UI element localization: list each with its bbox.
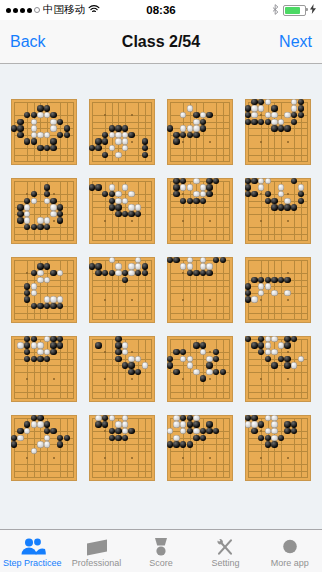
black-stone: [206, 362, 212, 368]
black-stone: [57, 204, 63, 210]
black-stone: [200, 270, 206, 276]
black-stone: [44, 191, 50, 197]
black-stone: [17, 125, 23, 131]
black-stone: [206, 191, 212, 197]
white-stone: [271, 435, 277, 441]
star-point: [53, 378, 55, 380]
black-stone: [24, 336, 30, 342]
white-stone: [291, 362, 297, 368]
black-stone: [213, 178, 219, 184]
go-board-thumbnail[interactable]: [89, 99, 155, 165]
tab-step-practicee[interactable]: Step Practicee: [0, 530, 64, 572]
charging-bolt-icon: [310, 4, 316, 16]
black-stone: [167, 362, 173, 368]
star-point: [287, 272, 289, 274]
white-stone: [271, 290, 277, 296]
white-stone: [128, 270, 134, 276]
white-stone: [44, 217, 50, 223]
black-stone: [109, 125, 115, 131]
navigation-bar: Back Class 2/54 Next: [0, 20, 322, 64]
black-stone: [245, 283, 251, 289]
black-stone: [265, 441, 271, 447]
black-stone: [265, 435, 271, 441]
white-stone: [251, 421, 257, 427]
black-stone: [50, 349, 56, 355]
go-board-thumbnail[interactable]: [167, 99, 233, 165]
black-stone: [95, 342, 101, 348]
white-stone: [271, 112, 277, 118]
go-board-thumbnail[interactable]: [167, 415, 233, 481]
black-stone: [102, 138, 108, 144]
white-stone: [265, 428, 271, 434]
black-stone: [24, 112, 30, 118]
white-stone: [265, 349, 271, 355]
black-stone: [89, 145, 95, 151]
signal-dot: [27, 8, 32, 13]
star-point: [104, 220, 106, 222]
go-board-thumbnail[interactable]: [245, 99, 311, 165]
white-stone: [24, 428, 30, 434]
black-stone: [95, 145, 101, 151]
star-point: [131, 141, 133, 143]
white-stone: [187, 362, 193, 368]
next-button[interactable]: Next: [279, 33, 312, 51]
black-stone: [44, 356, 50, 362]
star-point: [287, 193, 289, 195]
white-stone: [50, 211, 56, 217]
black-stone: [167, 257, 173, 263]
people-icon: [18, 537, 46, 557]
black-stone: [213, 257, 219, 263]
white-stone: [122, 421, 128, 427]
white-stone: [200, 263, 206, 269]
white-stone: [115, 132, 121, 138]
black-stone: [57, 217, 63, 223]
black-stone: [50, 342, 56, 348]
white-stone: [50, 125, 56, 131]
black-stone: [109, 435, 115, 441]
black-stone: [258, 119, 264, 125]
white-stone: [31, 342, 37, 348]
black-stone: [50, 428, 56, 434]
white-stone: [17, 435, 23, 441]
black-stone: [284, 428, 290, 434]
white-stone: [251, 105, 257, 111]
white-stone: [167, 428, 173, 434]
white-stone: [298, 356, 304, 362]
white-stone: [57, 296, 63, 302]
tab-label: Setting: [211, 558, 239, 568]
white-stone: [265, 112, 271, 118]
black-stone: [95, 263, 101, 269]
black-stone: [95, 270, 101, 276]
white-stone: [278, 191, 284, 197]
black-stone: [135, 211, 141, 217]
white-stone: [187, 184, 193, 190]
star-point: [209, 299, 211, 301]
white-stone: [278, 184, 284, 190]
star-point: [209, 378, 211, 380]
tab-label: Step Practicee: [3, 558, 62, 568]
white-stone: [173, 415, 179, 421]
white-stone: [173, 421, 179, 427]
tab-label: Professional: [72, 558, 122, 568]
black-stone: [44, 184, 50, 190]
white-stone: [31, 448, 37, 454]
black-stone: [37, 415, 43, 421]
black-stone: [245, 119, 251, 125]
black-stone: [200, 435, 206, 441]
star-point: [260, 220, 262, 222]
black-stone: [278, 204, 284, 210]
black-stone: [200, 375, 206, 381]
black-stone: [265, 277, 271, 283]
white-stone: [278, 119, 284, 125]
star-point: [104, 457, 106, 459]
white-stone: [200, 349, 206, 355]
white-stone: [122, 342, 128, 348]
go-board-thumbnail[interactable]: [245, 336, 311, 402]
black-stone: [142, 270, 148, 276]
black-stone: [128, 362, 134, 368]
black-stone: [213, 349, 219, 355]
black-stone: [17, 211, 23, 217]
black-stone: [44, 428, 50, 434]
black-stone: [298, 191, 304, 197]
go-board-thumbnail[interactable]: [89, 336, 155, 402]
go-board-thumbnail[interactable]: [11, 99, 77, 165]
white-stone: [193, 415, 199, 421]
black-stone: [24, 296, 30, 302]
star-point: [182, 299, 184, 301]
white-stone: [44, 336, 50, 342]
white-stone: [122, 198, 128, 204]
black-stone: [11, 125, 17, 131]
black-stone: [245, 415, 251, 421]
white-stone: [193, 125, 199, 131]
white-stone: [180, 356, 186, 362]
white-stone: [271, 336, 277, 342]
white-stone: [50, 204, 56, 210]
white-stone: [265, 283, 271, 289]
tab-more-app[interactable]: More app: [258, 530, 322, 572]
star-point: [53, 220, 55, 222]
go-board-thumbnail[interactable]: [245, 257, 311, 323]
white-stone: [187, 257, 193, 263]
black-stone: [31, 138, 37, 144]
white-stone: [180, 421, 186, 427]
black-stone: [291, 119, 297, 125]
star-point: [104, 378, 106, 380]
black-stone: [213, 369, 219, 375]
black-stone: [284, 277, 290, 283]
star-point: [260, 272, 262, 274]
black-stone: [31, 303, 37, 309]
black-stone: [24, 138, 30, 144]
black-stone: [284, 336, 290, 342]
black-stone: [24, 349, 30, 355]
white-stone: [187, 356, 193, 362]
white-stone: [200, 191, 206, 197]
star-point: [182, 193, 184, 195]
black-stone: [115, 349, 121, 355]
black-stone: [251, 415, 257, 421]
black-stone: [31, 356, 37, 362]
white-stone: [44, 435, 50, 441]
white-stone: [24, 204, 30, 210]
black-stone: [11, 435, 17, 441]
go-board-thumbnail[interactable]: [89, 178, 155, 244]
black-stone: [50, 198, 56, 204]
star-point: [26, 378, 28, 380]
white-stone: [187, 105, 193, 111]
star-point: [131, 114, 133, 116]
white-stone: [271, 421, 277, 427]
black-stone: [57, 342, 63, 348]
tab-label: Score: [149, 558, 173, 568]
black-stone: [57, 119, 63, 125]
white-stone: [251, 112, 257, 118]
black-stone: [142, 263, 148, 269]
carrier-label: 中国移动: [43, 3, 85, 17]
tab-professional[interactable]: Professional: [64, 530, 128, 572]
black-stone: [50, 270, 56, 276]
wifi-icon: [88, 4, 100, 16]
white-stone: [109, 145, 115, 151]
go-board-thumbnail[interactable]: [11, 257, 77, 323]
signal-dot: [13, 8, 18, 13]
black-stone: [57, 336, 63, 342]
black-stone: [180, 441, 186, 447]
black-stone: [122, 435, 128, 441]
white-stone: [115, 138, 121, 144]
black-stone: [57, 132, 63, 138]
tab-score[interactable]: Score: [129, 530, 193, 572]
white-stone: [291, 105, 297, 111]
star-point: [260, 141, 262, 143]
white-stone: [258, 283, 264, 289]
star-point: [260, 114, 262, 116]
white-stone: [115, 152, 121, 158]
star-point: [131, 351, 133, 353]
white-stone: [128, 263, 134, 269]
go-board-thumbnail[interactable]: [245, 178, 311, 244]
black-stone: [251, 99, 257, 105]
white-stone: [284, 112, 290, 118]
go-board-thumbnail[interactable]: [11, 415, 77, 481]
black-stone: [284, 125, 290, 131]
white-stone: [57, 270, 63, 276]
white-stone: [200, 257, 206, 263]
star-point: [182, 272, 184, 274]
black-stone: [102, 152, 108, 158]
circle-icon: [279, 537, 301, 557]
white-stone: [115, 191, 121, 197]
black-stone: [17, 217, 23, 223]
white-stone: [44, 112, 50, 118]
black-stone: [50, 112, 56, 118]
black-stone: [64, 132, 70, 138]
white-stone: [206, 263, 212, 269]
star-point: [287, 457, 289, 459]
white-stone: [193, 119, 199, 125]
white-stone: [193, 178, 199, 184]
white-stone: [128, 356, 134, 362]
black-stone: [122, 362, 128, 368]
star-point: [287, 220, 289, 222]
black-stone: [251, 342, 257, 348]
white-stone: [271, 428, 277, 434]
white-stone: [187, 263, 193, 269]
black-stone: [173, 138, 179, 144]
white-stone: [44, 349, 50, 355]
black-stone: [109, 270, 115, 276]
white-stone: [135, 356, 141, 362]
black-stone: [278, 356, 284, 362]
black-stone: [57, 211, 63, 217]
white-stone: [193, 428, 199, 434]
black-stone: [50, 336, 56, 342]
black-stone: [95, 138, 101, 144]
back-button[interactable]: Back: [10, 33, 46, 51]
go-board-thumbnail[interactable]: [167, 178, 233, 244]
go-board-thumbnail[interactable]: [167, 336, 233, 402]
white-stone: [44, 441, 50, 447]
black-stone: [64, 435, 70, 441]
black-stone: [122, 211, 128, 217]
star-point: [287, 351, 289, 353]
white-stone: [265, 342, 271, 348]
star-point: [209, 457, 211, 459]
black-stone: [109, 204, 115, 210]
black-stone: [37, 105, 43, 111]
medal-icon: [150, 537, 172, 557]
black-stone: [245, 112, 251, 118]
go-board-thumbnail[interactable]: [11, 336, 77, 402]
star-point: [104, 430, 106, 432]
black-stone: [44, 303, 50, 309]
black-stone: [206, 428, 212, 434]
black-stone: [24, 283, 30, 289]
white-stone: [44, 198, 50, 204]
black-stone: [206, 112, 212, 118]
bluetooth-icon: [272, 4, 279, 17]
black-stone: [122, 270, 128, 276]
go-board-thumbnail[interactable]: [245, 415, 311, 481]
white-stone: [44, 296, 50, 302]
black-stone: [31, 336, 37, 342]
black-stone: [24, 356, 30, 362]
star-point: [182, 378, 184, 380]
black-stone: [251, 119, 257, 125]
black-stone: [220, 369, 226, 375]
black-stone: [37, 145, 43, 151]
white-stone: [24, 217, 30, 223]
black-stone: [245, 178, 251, 184]
white-stone: [265, 336, 271, 342]
star-point: [287, 378, 289, 380]
white-stone: [298, 184, 304, 190]
black-stone: [57, 303, 63, 309]
star-point: [131, 378, 133, 380]
black-stone: [115, 342, 121, 348]
star-point: [131, 457, 133, 459]
star-point: [182, 220, 184, 222]
white-stone: [122, 349, 128, 355]
black-stone: [173, 441, 179, 447]
black-stone: [37, 303, 43, 309]
white-stone: [31, 125, 37, 131]
black-stone: [258, 349, 264, 355]
star-point: [260, 193, 262, 195]
black-stone: [187, 428, 193, 434]
black-stone: [180, 349, 186, 355]
white-stone: [180, 263, 186, 269]
star-point: [26, 272, 28, 274]
black-stone: [37, 263, 43, 269]
black-stone: [44, 224, 50, 230]
star-point: [287, 299, 289, 301]
black-stone: [115, 435, 121, 441]
black-stone: [265, 119, 271, 125]
black-stone: [135, 270, 141, 276]
go-board-thumbnail[interactable]: [89, 415, 155, 481]
go-board-thumbnail[interactable]: [11, 178, 77, 244]
black-stone: [200, 428, 206, 434]
white-stone: [258, 290, 264, 296]
black-stone: [245, 184, 251, 190]
star-point: [26, 193, 28, 195]
star-point: [104, 114, 106, 116]
black-stone: [24, 224, 30, 230]
black-stone: [278, 277, 284, 283]
black-stone: [102, 270, 108, 276]
black-stone: [284, 421, 290, 427]
black-stone: [142, 138, 148, 144]
white-stone: [17, 342, 23, 348]
go-board-thumbnail[interactable]: [167, 257, 233, 323]
black-stone: [206, 178, 212, 184]
white-stone: [37, 112, 43, 118]
tab-bar: Step PracticeeProfessionalScoreSettingMo…: [0, 529, 322, 572]
black-stone: [291, 204, 297, 210]
black-stone: [291, 428, 297, 434]
white-stone: [115, 263, 121, 269]
black-stone: [206, 270, 212, 276]
black-stone: [284, 362, 290, 368]
black-stone: [180, 198, 186, 204]
black-stone: [251, 428, 257, 434]
white-stone: [135, 204, 141, 210]
go-board-thumbnail[interactable]: [89, 257, 155, 323]
star-point: [104, 299, 106, 301]
white-stone: [265, 99, 271, 105]
white-stone: [31, 132, 37, 138]
black-stone: [173, 191, 179, 197]
black-stone: [142, 152, 148, 158]
star-point: [182, 141, 184, 143]
black-stone: [31, 270, 37, 276]
white-stone: [135, 263, 141, 269]
white-stone: [122, 184, 128, 190]
black-stone: [17, 428, 23, 434]
black-stone: [298, 99, 304, 105]
tab-setting[interactable]: Setting: [193, 530, 257, 572]
black-stone: [95, 421, 101, 427]
black-stone: [115, 211, 121, 217]
white-stone: [37, 342, 43, 348]
star-point: [287, 141, 289, 143]
